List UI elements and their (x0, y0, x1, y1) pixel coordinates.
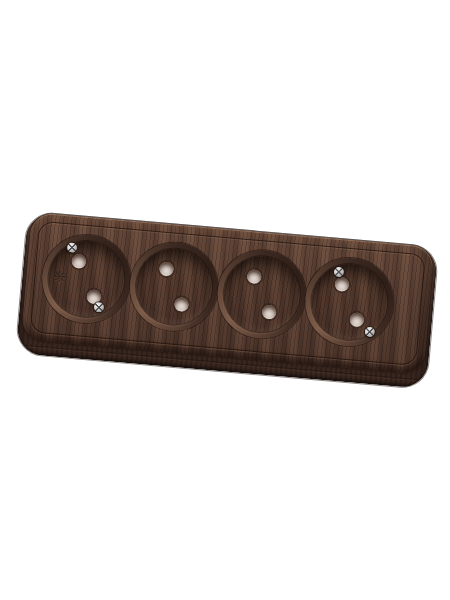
brand-emblem: ❋ (52, 270, 66, 286)
socket-recess (133, 245, 215, 327)
mounting-screw (364, 326, 375, 337)
socket-panel: ❋ (21, 212, 435, 375)
socket-recess (221, 253, 303, 335)
socket-recess (308, 261, 390, 343)
socket (302, 254, 397, 349)
socket: ❋ (39, 231, 134, 326)
product-photo: ❋ (0, 0, 450, 600)
socket (126, 239, 221, 334)
socket (214, 247, 309, 342)
